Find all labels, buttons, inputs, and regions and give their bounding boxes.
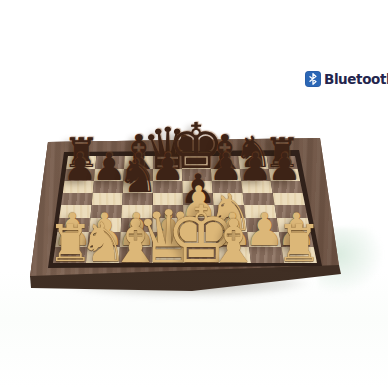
white-rook-a1: ♜	[42, 218, 98, 269]
white-queen-d1: ♛	[129, 201, 209, 274]
black-bishop-c8: ♝	[112, 128, 165, 176]
black-pawn-e5: ♟	[176, 169, 221, 210]
bluetooth-icon	[305, 71, 321, 87]
black-pawn-d7: ♟	[147, 148, 189, 186]
white-king-e1: ♚	[158, 196, 245, 275]
white-pawn-h2: ♟	[272, 208, 321, 253]
white-pawn-a2: ♟	[48, 208, 97, 253]
black-queen-d8: ♛	[135, 120, 199, 178]
black-knight-g8: ♞	[230, 131, 278, 174]
white-rook-h1: ♜	[271, 218, 327, 269]
bluetooth-wordmark: Bluetooth	[324, 71, 388, 87]
white-pawn-d2: ♟	[144, 208, 193, 253]
black-knight-c6: ♞	[112, 153, 163, 199]
bluetooth-logo: Bluetooth ®	[305, 70, 388, 88]
black-pawn-g7: ♟	[234, 148, 276, 186]
product-photo-stage: ♜♝♛♚♝♞♜♟♟♟♟♟♟♟♞♟♟♞♟♟♟♟♟♟♟♜♞♝♛♚♝♜ Bluetoo…	[0, 0, 388, 388]
black-bishop-f8: ♝	[198, 128, 251, 176]
white-pawn-g2: ♟	[240, 208, 289, 253]
black-pawn-b7: ♟	[88, 148, 130, 186]
pieces-layer: ♜♝♛♚♝♞♜♟♟♟♟♟♟♟♞♟♟♞♟♟♟♟♟♟♟♜♞♝♛♚♝♜	[0, 0, 388, 388]
white-pawn-e4: ♟	[176, 181, 222, 223]
white-pawn-b2: ♟	[80, 208, 129, 253]
white-pawn-c2: ♟	[112, 208, 161, 253]
white-pawn-f2: ♟	[208, 208, 257, 253]
white-bishop-f1: ♝	[201, 211, 267, 271]
black-pawn-f7: ♟	[205, 148, 247, 186]
black-rook-a8: ♜	[59, 133, 104, 174]
black-pawn-a7: ♟	[59, 148, 101, 186]
white-knight-b1: ♞	[73, 216, 132, 270]
black-rook-h8: ♜	[260, 133, 305, 174]
black-pawn-c7: ♟	[117, 148, 159, 186]
white-bishop-c1: ♝	[103, 211, 169, 271]
black-king-e8: ♚	[161, 115, 231, 178]
white-knight-f3: ♞	[203, 188, 259, 239]
black-pawn-h7: ♟	[263, 148, 305, 186]
